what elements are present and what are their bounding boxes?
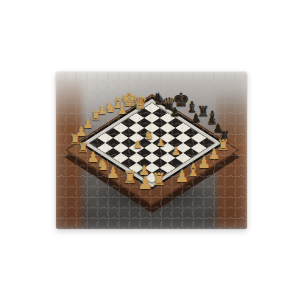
gold-pawn-piece: ♟	[175, 169, 189, 185]
gold-pawn-piece: ♟	[138, 164, 150, 177]
dark-pawn-piece: ♟	[170, 106, 181, 118]
chess-photo-print: ♚♛♝♞♟♟♞♚♛♝♜♟♝♟♜♟♟♜♟♟♜♜♟♟♝♟♜♟♞♟♜♟♜♟♞♟♟♟	[56, 72, 247, 229]
dark-pawn-piece: ♟	[191, 112, 202, 124]
screenshot-canvas: { "game": "chess", "product": { "type": …	[0, 0, 300, 300]
gold-pawn-piece: ♟	[157, 138, 166, 148]
gold-pawn-piece: ♟	[171, 146, 181, 157]
chess-pieces-layer: ♚♛♝♞♟♟♞♚♛♝♜♟♝♟♜♟♟♜♟♟♜♜♟♟♝♟♜♟♞♟♜♟♜♟♞♟♟♟	[56, 72, 247, 229]
gold-knight-piece: ♞	[144, 130, 154, 141]
gold-rook-piece: ♜	[123, 170, 137, 186]
jigsaw-puzzle[interactable]: ♚♛♝♞♟♟♞♚♛♝♜♟♝♟♜♟♟♜♟♟♜♜♟♟♝♟♜♟♞♟♜♟♜♟♞♟♟♟	[56, 72, 247, 229]
gold-pawn-piece: ♟	[134, 140, 143, 150]
gold-pawn-piece: ♟	[106, 166, 119, 181]
gold-queen-piece: ♛	[132, 95, 147, 112]
gold-pawn-piece: ♟	[117, 105, 127, 116]
gold-rook-piece: ♜	[152, 172, 166, 188]
